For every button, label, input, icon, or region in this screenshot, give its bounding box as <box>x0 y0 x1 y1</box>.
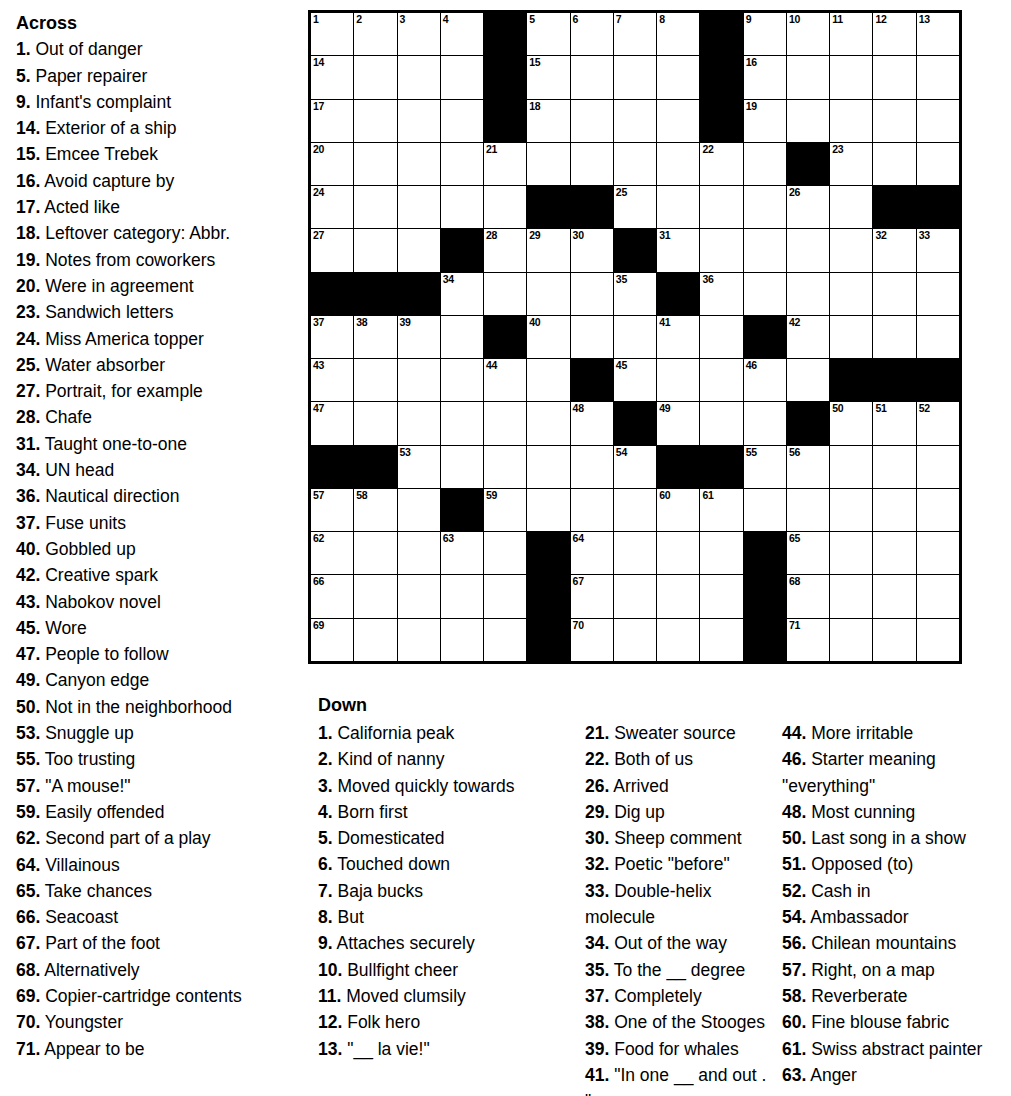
cell-r3c12[interactable] <box>787 100 829 142</box>
clue-number: 31. <box>16 434 40 454</box>
cell-number: 49 <box>659 402 670 414</box>
cell-number: 29 <box>529 229 540 241</box>
clue-number: 52. <box>782 881 806 901</box>
cell-r5c5[interactable] <box>484 186 526 228</box>
cell-r12c12[interactable] <box>787 489 829 531</box>
cell-number: 15 <box>529 56 540 68</box>
cell-r3c6[interactable]: 18 <box>527 100 569 142</box>
cell-r4c6[interactable] <box>527 143 569 185</box>
cell-r8c14[interactable] <box>873 316 915 358</box>
clue-number: 45. <box>16 618 40 638</box>
cell-r11c7[interactable] <box>571 446 613 488</box>
cell-r5c2[interactable] <box>354 186 396 228</box>
cell-number: 4 <box>443 13 449 25</box>
cell-r10c3[interactable] <box>398 402 440 444</box>
cell-r3c8[interactable] <box>614 100 656 142</box>
cell-r8c1[interactable]: 37 <box>311 316 353 358</box>
cell-r1c9[interactable]: 8 <box>657 13 699 55</box>
cell-r14c13[interactable] <box>830 575 872 617</box>
cell-r2c8[interactable] <box>614 56 656 98</box>
cell-r14c7[interactable]: 67 <box>571 575 613 617</box>
cell-r7c14[interactable] <box>873 273 915 315</box>
cell-number: 44 <box>486 359 497 371</box>
cell-r4c5[interactable]: 21 <box>484 143 526 185</box>
cell-r10c15[interactable]: 52 <box>917 402 959 444</box>
cell-number: 26 <box>789 186 800 198</box>
cell-number: 66 <box>313 575 324 587</box>
across-clue-37: 37. Fuse units <box>16 510 308 536</box>
cell-r4c14[interactable] <box>873 143 915 185</box>
down-clue-41: 41. "In one __ and out ." <box>585 1062 785 1096</box>
cell-r11c11[interactable]: 55 <box>744 446 786 488</box>
cell-r9c3[interactable] <box>398 359 440 401</box>
cell-r9c1[interactable]: 43 <box>311 359 353 401</box>
clue-number: 1. <box>318 723 333 743</box>
cell-r10c6[interactable] <box>527 402 569 444</box>
cell-r7c4[interactable]: 34 <box>441 273 483 315</box>
cell-r4c15[interactable] <box>917 143 959 185</box>
cell-r11c9 <box>657 446 699 488</box>
cell-r9c13 <box>830 359 872 401</box>
cell-number: 51 <box>875 402 886 414</box>
cell-r4c8[interactable] <box>614 143 656 185</box>
down-clue-60: 60. Fine blouse fabric <box>782 1009 1008 1035</box>
cell-r6c11[interactable] <box>744 229 786 271</box>
cell-r6c12[interactable] <box>787 229 829 271</box>
cell-r3c4[interactable] <box>441 100 483 142</box>
down-clue-46: 46. Starter meaning"everything" <box>782 746 1008 799</box>
cell-number: 43 <box>313 359 324 371</box>
cell-r9c9[interactable] <box>657 359 699 401</box>
cell-r5c1[interactable]: 24 <box>311 186 353 228</box>
across-clue-23: 23. Sandwich letters <box>16 299 308 325</box>
cell-r15c5[interactable] <box>484 619 526 661</box>
cell-r11c6[interactable] <box>527 446 569 488</box>
cell-r13c14[interactable] <box>873 532 915 574</box>
cell-r6c9[interactable]: 31 <box>657 229 699 271</box>
cell-r6c4 <box>441 229 483 271</box>
cell-r8c13[interactable] <box>830 316 872 358</box>
across-clue-18: 18. Leftover category: Abbr. <box>16 220 308 246</box>
cell-r2c14[interactable] <box>873 56 915 98</box>
cell-r6c10[interactable] <box>700 229 742 271</box>
cell-r4c7[interactable] <box>571 143 613 185</box>
cell-r10c13[interactable]: 50 <box>830 402 872 444</box>
cell-r14c1[interactable]: 66 <box>311 575 353 617</box>
cell-r9c8[interactable]: 45 <box>614 359 656 401</box>
cell-number: 22 <box>702 143 713 155</box>
cell-r7c5[interactable] <box>484 273 526 315</box>
cell-r5c11[interactable] <box>744 186 786 228</box>
cell-r11c15[interactable] <box>917 446 959 488</box>
down-clue-33: 33. Double-helixmolecule <box>585 878 785 931</box>
cell-number: 59 <box>486 489 497 501</box>
cell-r1c15[interactable]: 13 <box>917 13 959 55</box>
cell-r4c11[interactable] <box>744 143 786 185</box>
clue-number: 47. <box>16 644 40 664</box>
across-clue-28: 28. Chafe <box>16 404 308 430</box>
across-clue-64: 64. Villainous <box>16 852 308 878</box>
cell-number: 41 <box>659 316 670 328</box>
cell-r14c9[interactable] <box>657 575 699 617</box>
cell-r7c9 <box>657 273 699 315</box>
down-clue-4: 4. Born first <box>318 799 570 825</box>
cell-r1c13[interactable]: 11 <box>830 13 872 55</box>
cell-number: 17 <box>313 100 324 112</box>
cell-r3c10 <box>700 100 742 142</box>
cell-r4c10[interactable]: 22 <box>700 143 742 185</box>
cell-r10c7[interactable]: 48 <box>571 402 613 444</box>
cell-r8c12[interactable]: 42 <box>787 316 829 358</box>
cell-r9c4[interactable] <box>441 359 483 401</box>
cell-r7c12[interactable] <box>787 273 829 315</box>
clue-number: 33. <box>585 881 609 901</box>
down-clue-34: 34. Out of the way <box>585 930 785 956</box>
cell-r15c7[interactable]: 70 <box>571 619 613 661</box>
cell-r14c6 <box>527 575 569 617</box>
cell-r5c9[interactable] <box>657 186 699 228</box>
cell-r7c7[interactable] <box>571 273 613 315</box>
cell-r5c13[interactable] <box>830 186 872 228</box>
cell-r12c9[interactable]: 60 <box>657 489 699 531</box>
cell-r11c14[interactable] <box>873 446 915 488</box>
cell-r13c11 <box>744 532 786 574</box>
cell-r11c1 <box>311 446 353 488</box>
cell-r15c10[interactable] <box>700 619 742 661</box>
clue-number: 29. <box>585 802 609 822</box>
cell-r2c3[interactable] <box>398 56 440 98</box>
cell-r3c1[interactable]: 17 <box>311 100 353 142</box>
cell-r8c9[interactable]: 41 <box>657 316 699 358</box>
cell-r12c11[interactable] <box>744 489 786 531</box>
cell-number: 24 <box>313 186 324 198</box>
clue-number: 61. <box>782 1039 806 1059</box>
cell-r1c8[interactable]: 7 <box>614 13 656 55</box>
clue-number: 57. <box>16 776 40 796</box>
cell-r3c14[interactable] <box>873 100 915 142</box>
cell-r10c2[interactable] <box>354 402 396 444</box>
cell-number: 7 <box>616 13 622 25</box>
down-clue-6: 6. Touched down <box>318 851 570 877</box>
cell-r2c12[interactable] <box>787 56 829 98</box>
cell-r6c3[interactable] <box>398 229 440 271</box>
cell-number: 23 <box>832 143 843 155</box>
cell-r9c12[interactable] <box>787 359 829 401</box>
cell-r7c13[interactable] <box>830 273 872 315</box>
cell-r10c1[interactable]: 47 <box>311 402 353 444</box>
across-clue-40: 40. Gobbled up <box>16 536 308 562</box>
cell-r12c8[interactable] <box>614 489 656 531</box>
down-clue-13: 13. "__ la vie!" <box>318 1036 570 1062</box>
down-clue-22: 22. Both of us <box>585 746 785 772</box>
cell-r5c6 <box>527 186 569 228</box>
cell-r2c9[interactable] <box>657 56 699 98</box>
cell-r8c10[interactable] <box>700 316 742 358</box>
cell-r15c3[interactable] <box>398 619 440 661</box>
down-clue-29: 29. Dig up <box>585 799 785 825</box>
cell-r12c5[interactable]: 59 <box>484 489 526 531</box>
down-header: Down <box>318 692 367 718</box>
cell-r12c1[interactable]: 57 <box>311 489 353 531</box>
down-col-1: 1. California peak2. Kind of nanny3. Mov… <box>318 720 570 1062</box>
cell-r6c14[interactable]: 32 <box>873 229 915 271</box>
cell-r11c8[interactable]: 54 <box>614 446 656 488</box>
cell-r14c5[interactable] <box>484 575 526 617</box>
cell-r9c10[interactable] <box>700 359 742 401</box>
cell-r12c3[interactable] <box>398 489 440 531</box>
clue-number: 20. <box>16 276 40 296</box>
across-clue-1: 1. Out of danger <box>16 36 308 62</box>
cell-r5c8[interactable]: 25 <box>614 186 656 228</box>
cell-r6c1[interactable]: 27 <box>311 229 353 271</box>
cell-r7c6[interactable] <box>527 273 569 315</box>
cell-r3c2[interactable] <box>354 100 396 142</box>
across-clue-67: 67. Part of the foot <box>16 930 308 956</box>
cell-r11c12[interactable]: 56 <box>787 446 829 488</box>
clue-number: 69. <box>16 986 40 1006</box>
cell-r12c6[interactable] <box>527 489 569 531</box>
cell-r8c3[interactable]: 39 <box>398 316 440 358</box>
clue-number: 23. <box>16 302 40 322</box>
cell-r13c3[interactable] <box>398 532 440 574</box>
cell-r15c11 <box>744 619 786 661</box>
cell-r4c13[interactable]: 23 <box>830 143 872 185</box>
cell-r13c9[interactable] <box>657 532 699 574</box>
cell-r11c4[interactable] <box>441 446 483 488</box>
cell-r7c8[interactable]: 35 <box>614 273 656 315</box>
cell-r8c2[interactable]: 38 <box>354 316 396 358</box>
cell-r14c8[interactable] <box>614 575 656 617</box>
cell-r9c11[interactable]: 46 <box>744 359 786 401</box>
clue-number: 54. <box>782 907 806 927</box>
across-clue-66: 66. Seacoast <box>16 904 308 930</box>
cell-r4c2[interactable] <box>354 143 396 185</box>
cell-r15c12[interactable]: 71 <box>787 619 829 661</box>
cell-r9c5[interactable]: 44 <box>484 359 526 401</box>
cell-r15c13[interactable] <box>830 619 872 661</box>
cell-number: 39 <box>400 316 411 328</box>
cell-r2c6[interactable]: 15 <box>527 56 569 98</box>
cell-r12c10[interactable]: 61 <box>700 489 742 531</box>
cell-r9c2[interactable] <box>354 359 396 401</box>
across-clue-17: 17. Acted like <box>16 194 308 220</box>
cell-number: 56 <box>789 446 800 458</box>
cell-r1c1[interactable]: 1 <box>311 13 353 55</box>
cell-number: 42 <box>789 316 800 328</box>
cell-number: 36 <box>702 273 713 285</box>
down-clue-12: 12. Folk hero <box>318 1009 570 1035</box>
clue-number: 7. <box>318 881 333 901</box>
cell-r6c15[interactable]: 33 <box>917 229 959 271</box>
cell-r10c14[interactable]: 51 <box>873 402 915 444</box>
cell-r12c14[interactable] <box>873 489 915 531</box>
down-clue-57: 57. Right, on a map <box>782 957 1008 983</box>
cell-r13c12[interactable]: 65 <box>787 532 829 574</box>
cell-r8c7[interactable] <box>571 316 613 358</box>
cell-r10c4[interactable] <box>441 402 483 444</box>
cell-r12c4 <box>441 489 483 531</box>
cell-r15c15[interactable] <box>917 619 959 661</box>
cell-number: 31 <box>659 229 670 241</box>
cell-r2c11[interactable]: 16 <box>744 56 786 98</box>
across-clue-9: 9. Infant's complaint <box>16 89 308 115</box>
cell-r8c8[interactable] <box>614 316 656 358</box>
cell-r13c10[interactable] <box>700 532 742 574</box>
cell-r15c8[interactable] <box>614 619 656 661</box>
across-clue-16: 16. Avoid capture by <box>16 168 308 194</box>
cell-r3c7[interactable] <box>571 100 613 142</box>
clue-number: 44. <box>782 723 806 743</box>
clue-number: 49. <box>16 670 40 690</box>
down-clue-44: 44. More irritable <box>782 720 1008 746</box>
cell-r5c4[interactable] <box>441 186 483 228</box>
clue-number: 28. <box>16 407 40 427</box>
cell-r15c4[interactable] <box>441 619 483 661</box>
cell-number: 47 <box>313 402 324 414</box>
cell-r6c7[interactable]: 30 <box>571 229 613 271</box>
cell-r7c15[interactable] <box>917 273 959 315</box>
cell-r1c4[interactable]: 4 <box>441 13 483 55</box>
across-clue-31: 31. Taught one-to-one <box>16 431 308 457</box>
clue-number: 37. <box>16 513 40 533</box>
cell-r8c5 <box>484 316 526 358</box>
across-clue-50: 50. Not in the neighborhood <box>16 694 308 720</box>
cell-r8c15[interactable] <box>917 316 959 358</box>
cell-r11c5[interactable] <box>484 446 526 488</box>
cell-number: 8 <box>659 13 665 25</box>
cell-r13c5[interactable] <box>484 532 526 574</box>
cell-r7c11[interactable] <box>744 273 786 315</box>
cell-r13c8[interactable] <box>614 532 656 574</box>
cell-number: 20 <box>313 143 324 155</box>
cell-r13c7[interactable]: 64 <box>571 532 613 574</box>
cell-r5c15 <box>917 186 959 228</box>
cell-r7c10[interactable]: 36 <box>700 273 742 315</box>
cell-r8c6[interactable]: 40 <box>527 316 569 358</box>
cell-r4c4[interactable] <box>441 143 483 185</box>
cell-r14c15[interactable] <box>917 575 959 617</box>
cell-r2c1[interactable]: 14 <box>311 56 353 98</box>
clue-number: 62. <box>16 828 40 848</box>
cell-r15c9[interactable] <box>657 619 699 661</box>
across-clue-70: 70. Youngster <box>16 1009 308 1035</box>
cell-r13c13[interactable] <box>830 532 872 574</box>
cell-r12c2[interactable]: 58 <box>354 489 396 531</box>
cell-r4c3[interactable] <box>398 143 440 185</box>
cell-r12c13[interactable] <box>830 489 872 531</box>
cell-r5c7 <box>571 186 613 228</box>
clue-number: 60. <box>782 1012 806 1032</box>
cell-r14c3[interactable] <box>398 575 440 617</box>
cell-number: 52 <box>919 402 930 414</box>
cell-r13c2[interactable] <box>354 532 396 574</box>
cell-r10c10[interactable] <box>700 402 742 444</box>
cell-r5c12[interactable]: 26 <box>787 186 829 228</box>
cell-number: 40 <box>529 316 540 328</box>
cell-r13c1[interactable]: 62 <box>311 532 353 574</box>
cell-r12c7[interactable] <box>571 489 613 531</box>
clue-number: 1. <box>16 39 31 59</box>
cell-r15c2[interactable] <box>354 619 396 661</box>
cell-r15c1[interactable]: 69 <box>311 619 353 661</box>
cell-r4c9[interactable] <box>657 143 699 185</box>
clue-number: 27. <box>16 381 40 401</box>
cell-number: 45 <box>616 359 627 371</box>
cell-number: 70 <box>573 619 584 631</box>
cell-r1c2[interactable]: 2 <box>354 13 396 55</box>
cell-r11c13[interactable] <box>830 446 872 488</box>
cell-r2c7[interactable] <box>571 56 613 98</box>
cell-r1c6[interactable]: 5 <box>527 13 569 55</box>
cell-r9c6[interactable] <box>527 359 569 401</box>
clue-number: 32. <box>585 854 609 874</box>
cell-r14c14[interactable] <box>873 575 915 617</box>
cell-r2c4[interactable] <box>441 56 483 98</box>
cell-r1c14[interactable]: 12 <box>873 13 915 55</box>
cell-r2c13[interactable] <box>830 56 872 98</box>
clue-number: 10. <box>318 960 342 980</box>
cell-number: 48 <box>573 402 584 414</box>
clue-number: 26. <box>585 776 609 796</box>
cell-r8c4[interactable] <box>441 316 483 358</box>
clue-number: 30. <box>585 828 609 848</box>
cell-r5c3[interactable] <box>398 186 440 228</box>
cell-number: 46 <box>746 359 757 371</box>
down-clue-10: 10. Bullfight cheer <box>318 957 570 983</box>
cell-r13c4[interactable]: 63 <box>441 532 483 574</box>
clue-number: 50. <box>782 828 806 848</box>
cell-r3c15[interactable] <box>917 100 959 142</box>
cell-r14c12[interactable]: 68 <box>787 575 829 617</box>
cell-r11c2 <box>354 446 396 488</box>
cell-r13c15[interactable] <box>917 532 959 574</box>
clue-number: 34. <box>585 933 609 953</box>
clue-number: 34. <box>16 460 40 480</box>
cell-r15c14[interactable] <box>873 619 915 661</box>
cell-r4c1[interactable]: 20 <box>311 143 353 185</box>
cell-r2c10 <box>700 56 742 98</box>
cell-r2c2[interactable] <box>354 56 396 98</box>
cell-r3c11[interactable]: 19 <box>744 100 786 142</box>
cell-r3c9[interactable] <box>657 100 699 142</box>
cell-r6c13[interactable] <box>830 229 872 271</box>
cell-r14c4[interactable] <box>441 575 483 617</box>
cell-r6c6[interactable]: 29 <box>527 229 569 271</box>
cell-r8c11 <box>744 316 786 358</box>
down-clue-30: 30. Sheep comment <box>585 825 785 851</box>
cell-r3c3[interactable] <box>398 100 440 142</box>
cell-r14c2[interactable] <box>354 575 396 617</box>
across-clue-49: 49. Canyon edge <box>16 667 308 693</box>
cell-r6c2[interactable] <box>354 229 396 271</box>
across-clue-5: 5. Paper repairer <box>16 63 308 89</box>
cell-r1c3[interactable]: 3 <box>398 13 440 55</box>
cell-r1c11[interactable]: 9 <box>744 13 786 55</box>
cell-r12c15[interactable] <box>917 489 959 531</box>
cell-r6c5[interactable]: 28 <box>484 229 526 271</box>
cell-r10c9[interactable]: 49 <box>657 402 699 444</box>
cell-r11c3[interactable]: 53 <box>398 446 440 488</box>
cell-r5c10[interactable] <box>700 186 742 228</box>
across-clue-53: 53. Snuggle up <box>16 720 308 746</box>
cell-r3c13[interactable] <box>830 100 872 142</box>
cell-r10c11[interactable] <box>744 402 786 444</box>
cell-r10c5[interactable] <box>484 402 526 444</box>
cell-r14c10[interactable] <box>700 575 742 617</box>
cell-r2c15[interactable] <box>917 56 959 98</box>
cell-r1c7[interactable]: 6 <box>571 13 613 55</box>
cell-r1c12[interactable]: 10 <box>787 13 829 55</box>
